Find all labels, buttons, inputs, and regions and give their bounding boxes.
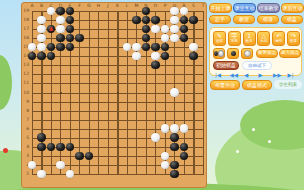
board-cell-H9[interactable] (94, 97, 104, 106)
board-cell-F3[interactable] (75, 151, 85, 160)
board-cell-N2[interactable] (141, 160, 151, 169)
assign-homework-button[interactable]: 布置作业 (210, 80, 240, 90)
board-cell-M18[interactable] (132, 16, 142, 25)
board-cell-M2[interactable] (132, 160, 142, 169)
board-cell-F14[interactable] (75, 52, 85, 61)
board-cell-Q12[interactable] (170, 70, 180, 79)
board-cell-A13[interactable] (27, 61, 37, 70)
board-cell-C12[interactable] (46, 70, 56, 79)
board-cell-C6[interactable] (46, 124, 56, 133)
board-cell-S17[interactable] (189, 25, 199, 34)
board-cell-J16[interactable] (103, 34, 113, 43)
board-cell-C3[interactable] (46, 151, 56, 160)
board-cell-A10[interactable] (27, 88, 37, 97)
board-cell-C1[interactable] (46, 169, 56, 178)
board-cell-Q4[interactable] (170, 142, 180, 151)
board-cell-Q15[interactable] (170, 43, 180, 52)
board-cell-P5[interactable] (160, 133, 170, 142)
board-cell-L17[interactable] (122, 25, 132, 34)
board-cell-M11[interactable] (132, 79, 142, 88)
board-cell-L7[interactable] (122, 115, 132, 124)
board-cell-S11[interactable] (189, 79, 199, 88)
board-cell-D7[interactable] (56, 115, 66, 124)
board-cell-N13[interactable] (141, 61, 151, 70)
board-cell-C15[interactable] (46, 43, 56, 52)
board-cell-C11[interactable] (46, 79, 56, 88)
board-cell-B15[interactable] (37, 43, 47, 52)
board-cell-M14[interactable] (132, 52, 142, 61)
board-cell-M9[interactable] (132, 97, 142, 106)
board-cell-G19[interactable] (84, 6, 94, 15)
board-cell-G4[interactable] (84, 142, 94, 151)
board-cell-S10[interactable] (189, 88, 199, 97)
start-class-button[interactable]: 开始上课 (209, 3, 232, 13)
board-cell-T12[interactable] (198, 70, 208, 79)
board-cell-J11[interactable] (103, 79, 113, 88)
board-cell-B3[interactable] (37, 151, 47, 160)
board-cell-B14[interactable] (37, 52, 47, 61)
board-cell-Q9[interactable] (170, 97, 180, 106)
board-cell-O2[interactable] (151, 160, 161, 169)
board-cell-T2[interactable] (198, 160, 208, 169)
board-cell-R15[interactable] (179, 43, 189, 52)
board-cell-T5[interactable] (198, 133, 208, 142)
board-cell-O1[interactable] (151, 169, 161, 178)
board-cell-K7[interactable] (113, 115, 123, 124)
board-cell-D6[interactable] (56, 124, 66, 133)
board-cell-A18[interactable] (27, 16, 37, 25)
alternate-stones-button[interactable] (213, 48, 225, 59)
board-cell-Q1[interactable] (170, 169, 180, 178)
board-cell-Q10[interactable] (170, 88, 180, 97)
board-cell-K13[interactable] (113, 61, 123, 70)
board-cell-K15[interactable] (113, 43, 123, 52)
board-cell-G8[interactable] (84, 106, 94, 115)
board-cell-D15[interactable] (56, 43, 66, 52)
board-cell-Q16[interactable] (170, 34, 180, 43)
board-cell-D18[interactable] (56, 16, 66, 25)
board-cell-D13[interactable] (56, 61, 66, 70)
board-cell-K10[interactable] (113, 88, 123, 97)
place-white-button[interactable] (241, 48, 253, 59)
board-cell-D16[interactable] (56, 34, 66, 43)
board-cell-P16[interactable] (160, 34, 170, 43)
board-cell-T18[interactable] (198, 16, 208, 25)
board-cell-S13[interactable] (189, 61, 199, 70)
board-cell-G14[interactable] (84, 52, 94, 61)
board-cell-A2[interactable] (27, 160, 37, 169)
board-cell-K18[interactable] (113, 16, 123, 25)
board-cell-J6[interactable] (103, 124, 113, 133)
board-cell-L10[interactable] (122, 88, 132, 97)
board-cell-H11[interactable] (94, 79, 104, 88)
board-cell-A5[interactable] (27, 133, 37, 142)
board-cell-B11[interactable] (37, 79, 47, 88)
board-cell-O10[interactable] (151, 88, 161, 97)
board-cell-H3[interactable] (94, 151, 104, 160)
board-cell-R8[interactable] (179, 106, 189, 115)
board-cell-G15[interactable] (84, 43, 94, 52)
end-teaching-button[interactable]: 结束教学 (257, 3, 280, 13)
board-cell-E17[interactable] (65, 25, 75, 34)
board-cell-P8[interactable] (160, 106, 170, 115)
board-cell-N19[interactable] (141, 6, 151, 15)
board-cell-Q7[interactable] (170, 115, 180, 124)
board-cell-S5[interactable] (189, 133, 199, 142)
board-cell-C18[interactable] (46, 16, 56, 25)
try-move-pill[interactable]: 自由试下 (242, 61, 272, 70)
board-cell-S3[interactable] (189, 151, 199, 160)
board-cell-D12[interactable] (56, 70, 66, 79)
board-cell-D8[interactable] (56, 106, 66, 115)
board-cell-O11[interactable] (151, 79, 161, 88)
board-cell-G5[interactable] (84, 133, 94, 142)
board-cell-N8[interactable] (141, 106, 151, 115)
board-cell-R6[interactable] (179, 124, 189, 133)
board-cell-F2[interactable] (75, 160, 85, 169)
board-cell-H16[interactable] (94, 34, 104, 43)
board-cell-C5[interactable] (46, 133, 56, 142)
board-cell-N11[interactable] (141, 79, 151, 88)
board-cell-J19[interactable] (103, 6, 113, 15)
board-cell-M6[interactable] (132, 124, 142, 133)
board-cell-R10[interactable] (179, 88, 189, 97)
board-cell-S4[interactable] (189, 142, 199, 151)
board-cell-J4[interactable] (103, 142, 113, 151)
board-cell-R7[interactable] (179, 115, 189, 124)
board-cell-D11[interactable] (56, 79, 66, 88)
board-cell-D3[interactable] (56, 151, 66, 160)
board-cell-L15[interactable] (122, 43, 132, 52)
board-cell-C19[interactable] (46, 6, 56, 15)
board-cell-R14[interactable] (179, 52, 189, 61)
board-cell-H19[interactable] (94, 6, 104, 15)
board-cell-T10[interactable] (198, 88, 208, 97)
board-cell-K4[interactable] (113, 142, 123, 151)
board-cell-F15[interactable] (75, 43, 85, 52)
board-cell-N15[interactable] (141, 43, 151, 52)
board-cell-A15[interactable] (27, 43, 37, 52)
board-cell-N1[interactable] (141, 169, 151, 178)
board-cell-D5[interactable] (56, 133, 66, 142)
board-cell-K8[interactable] (113, 106, 123, 115)
board-cell-T4[interactable] (198, 142, 208, 151)
board-cell-C7[interactable] (46, 115, 56, 124)
board-cell-B17[interactable] (37, 25, 47, 34)
board-cell-T9[interactable] (198, 97, 208, 106)
board-cell-E12[interactable] (65, 70, 75, 79)
board-cell-L1[interactable] (122, 169, 132, 178)
board-cell-G2[interactable] (84, 160, 94, 169)
board-cell-A11[interactable] (27, 79, 37, 88)
board-cell-J7[interactable] (103, 115, 113, 124)
board-cell-J3[interactable] (103, 151, 113, 160)
board-cell-Q18[interactable] (170, 16, 180, 25)
board-cell-J13[interactable] (103, 61, 113, 70)
opening-button[interactable]: 起手 (209, 15, 231, 24)
board-cell-M17[interactable] (132, 25, 142, 34)
board-cell-M8[interactable] (132, 106, 142, 115)
board-cell-K16[interactable] (113, 34, 123, 43)
board-cell-Q17[interactable] (170, 25, 180, 34)
board-cell-O9[interactable] (151, 97, 161, 106)
board-cell-O12[interactable] (151, 70, 161, 79)
board-cell-F18[interactable] (75, 16, 85, 25)
board-cell-Q5[interactable] (170, 133, 180, 142)
board-cell-L13[interactable] (122, 61, 132, 70)
board-cell-F12[interactable] (75, 70, 85, 79)
board-cell-T19[interactable] (198, 6, 208, 15)
board-cell-K2[interactable] (113, 160, 123, 169)
board-cell-E13[interactable] (65, 61, 75, 70)
board-cell-E10[interactable] (65, 88, 75, 97)
board-cell-B9[interactable] (37, 97, 47, 106)
board-cell-M15[interactable] (132, 43, 142, 52)
board-cell-K19[interactable] (113, 6, 123, 15)
board-cell-M3[interactable] (132, 151, 142, 160)
back-fast-button[interactable]: ◀◀ (230, 73, 238, 79)
board-cell-G1[interactable] (84, 169, 94, 178)
undo-button[interactable]: ↶撤销 (272, 31, 285, 46)
board-cell-M16[interactable] (132, 34, 142, 43)
board-cell-B12[interactable] (37, 70, 47, 79)
student-list-pill[interactable]: 学生列表 (274, 80, 302, 89)
board-cell-R11[interactable] (179, 79, 189, 88)
board-cell-C9[interactable] (46, 97, 56, 106)
board-cell-F1[interactable] (75, 169, 85, 178)
board-cell-K5[interactable] (113, 133, 123, 142)
board-cell-P3[interactable] (160, 151, 170, 160)
board-cell-A9[interactable] (27, 97, 37, 106)
board-cell-P2[interactable] (160, 160, 170, 169)
board-cell-J1[interactable] (103, 169, 113, 178)
board-cell-L12[interactable] (122, 70, 132, 79)
board-cell-N12[interactable] (141, 70, 151, 79)
board-cell-P14[interactable] (160, 52, 170, 61)
board-cell-D17[interactable] (56, 25, 66, 34)
board-cell-D2[interactable] (56, 160, 66, 169)
board-cell-K14[interactable] (113, 52, 123, 61)
mark-tool-button[interactable]: △标记 (257, 31, 270, 46)
board-cell-A12[interactable] (27, 70, 37, 79)
board-cell-C16[interactable] (46, 34, 56, 43)
board-cell-N3[interactable] (141, 151, 151, 160)
board-cell-M4[interactable] (132, 142, 142, 151)
board-cell-J9[interactable] (103, 97, 113, 106)
board-cell-E2[interactable] (65, 160, 75, 169)
board-cell-F11[interactable] (75, 79, 85, 88)
board-cell-R16[interactable] (179, 34, 189, 43)
place-black-button[interactable] (227, 48, 239, 59)
board-cell-H6[interactable] (94, 124, 104, 133)
board-cell-M7[interactable] (132, 115, 142, 124)
board-mode-button[interactable]: 棋盘模式 (242, 80, 272, 90)
board-cell-K1[interactable] (113, 169, 123, 178)
board-cell-F19[interactable] (75, 6, 85, 15)
pen-tool-button[interactable]: ✎画笔 (213, 31, 226, 46)
board-cell-N16[interactable] (141, 34, 151, 43)
board-cell-L3[interactable] (122, 151, 132, 160)
board-cell-N14[interactable] (141, 52, 151, 61)
board-cell-P4[interactable] (160, 142, 170, 151)
board-cell-R4[interactable] (179, 142, 189, 151)
board-cell-R17[interactable] (179, 25, 189, 34)
board-cell-S9[interactable] (189, 97, 199, 106)
board-cell-T8[interactable] (198, 106, 208, 115)
board-cell-E11[interactable] (65, 79, 75, 88)
board-cell-G11[interactable] (84, 79, 94, 88)
board-cell-N10[interactable] (141, 88, 151, 97)
board-cell-B8[interactable] (37, 106, 47, 115)
board-cell-F9[interactable] (75, 97, 85, 106)
board-cell-A8[interactable] (27, 106, 37, 115)
reset-board-button[interactable]: 初始棋盘 (213, 61, 239, 70)
board-cell-O5[interactable] (151, 133, 161, 142)
board-cell-G3[interactable] (84, 151, 94, 160)
board-cell-N17[interactable] (141, 25, 151, 34)
board-cell-K9[interactable] (113, 97, 123, 106)
board-cell-M10[interactable] (132, 88, 142, 97)
board-cell-S18[interactable] (189, 16, 199, 25)
board-cell-F13[interactable] (75, 61, 85, 70)
board-cell-P6[interactable] (160, 124, 170, 133)
board-cell-R5[interactable] (179, 133, 189, 142)
board-cell-E6[interactable] (65, 124, 75, 133)
board-cell-S14[interactable] (189, 52, 199, 61)
board-cell-K12[interactable] (113, 70, 123, 79)
board-cell-O19[interactable] (151, 6, 161, 15)
board-cell-B5[interactable] (37, 133, 47, 142)
board-cell-P11[interactable] (160, 79, 170, 88)
board-cell-M5[interactable] (132, 133, 142, 142)
board-cell-O14[interactable] (151, 52, 161, 61)
board-cell-J17[interactable] (103, 25, 113, 34)
board-cell-J8[interactable] (103, 106, 113, 115)
board-cell-G17[interactable] (84, 25, 94, 34)
board-cell-A14[interactable] (27, 52, 37, 61)
board-cell-A19[interactable] (27, 6, 37, 15)
board-cell-B16[interactable] (37, 34, 47, 43)
board-cell-G16[interactable] (84, 34, 94, 43)
board-cell-Q19[interactable] (170, 6, 180, 15)
board-cell-D14[interactable] (56, 52, 66, 61)
board-cell-R18[interactable] (179, 16, 189, 25)
board-cell-A3[interactable] (27, 151, 37, 160)
board-cell-C14[interactable] (46, 52, 56, 61)
board-cell-E9[interactable] (65, 97, 75, 106)
board-cell-L19[interactable] (122, 6, 132, 15)
go-end-button[interactable]: ▶| (288, 73, 294, 79)
board-cell-F10[interactable] (75, 88, 85, 97)
board-cell-S16[interactable] (189, 34, 199, 43)
board-cell-O6[interactable] (151, 124, 161, 133)
board-cell-F4[interactable] (75, 142, 85, 151)
board-cell-Q8[interactable] (170, 106, 180, 115)
board-cell-T13[interactable] (198, 61, 208, 70)
board-cell-G6[interactable] (84, 124, 94, 133)
after-class-button[interactable]: 课后互动 (281, 3, 304, 13)
board-cell-B18[interactable] (37, 16, 47, 25)
board-cell-L9[interactable] (122, 97, 132, 106)
board-cell-S19[interactable] (189, 6, 199, 15)
board-cell-O3[interactable] (151, 151, 161, 160)
board-cell-F7[interactable] (75, 115, 85, 124)
board-cell-M13[interactable] (132, 61, 142, 70)
board-cell-R19[interactable] (179, 6, 189, 15)
board-cell-A4[interactable] (27, 142, 37, 151)
board-cell-H8[interactable] (94, 106, 104, 115)
board-cell-E18[interactable] (65, 16, 75, 25)
board-cell-O8[interactable] (151, 106, 161, 115)
back-one-button[interactable]: ◀ (244, 73, 248, 79)
board-cell-A6[interactable] (27, 124, 37, 133)
board-cell-T1[interactable] (198, 169, 208, 178)
board-cell-B13[interactable] (37, 61, 47, 70)
board-cell-H13[interactable] (94, 61, 104, 70)
board-cell-J12[interactable] (103, 70, 113, 79)
board-cell-N7[interactable] (141, 115, 151, 124)
board-cell-Q11[interactable] (170, 79, 180, 88)
board-cell-J18[interactable] (103, 16, 113, 25)
board-cell-E8[interactable] (65, 106, 75, 115)
board-cell-H12[interactable] (94, 70, 104, 79)
board-cell-N18[interactable] (141, 16, 151, 25)
board-cell-B4[interactable] (37, 142, 47, 151)
board-cell-E4[interactable] (65, 142, 75, 151)
board-cell-D1[interactable] (56, 169, 66, 178)
class-interact-button[interactable]: 课堂互动 (233, 3, 256, 13)
board-cell-G12[interactable] (84, 70, 94, 79)
board-cell-S7[interactable] (189, 115, 199, 124)
enter-placement-button[interactable]: 进入摆点 (279, 49, 301, 58)
board-cell-P1[interactable] (160, 169, 170, 178)
board-cell-R3[interactable] (179, 151, 189, 160)
board-cell-T3[interactable] (198, 151, 208, 160)
board-cell-K6[interactable] (113, 124, 123, 133)
board-cell-O18[interactable] (151, 16, 161, 25)
board-cell-J14[interactable] (103, 52, 113, 61)
board-cell-A16[interactable] (27, 34, 37, 43)
board-cell-K17[interactable] (113, 25, 123, 34)
board-cell-M1[interactable] (132, 169, 142, 178)
board-cell-B2[interactable] (37, 160, 47, 169)
board-cell-G13[interactable] (84, 61, 94, 70)
number-tool-button[interactable]: 1数字 (243, 31, 256, 46)
board-cell-L2[interactable] (122, 160, 132, 169)
board-cell-O13[interactable] (151, 61, 161, 70)
board-cell-B1[interactable] (37, 169, 47, 178)
board-cell-L8[interactable] (122, 106, 132, 115)
go-start-button[interactable]: |◀ (215, 73, 221, 79)
board-cell-Q2[interactable] (170, 160, 180, 169)
board-cell-E16[interactable] (65, 34, 75, 43)
board-cell-O16[interactable] (151, 34, 161, 43)
board-cell-S12[interactable] (189, 70, 199, 79)
board-cell-O7[interactable] (151, 115, 161, 124)
board-cell-S8[interactable] (189, 106, 199, 115)
board-cell-S2[interactable] (189, 160, 199, 169)
board-cell-P10[interactable] (160, 88, 170, 97)
board-cell-B10[interactable] (37, 88, 47, 97)
board-cell-G7[interactable] (84, 115, 94, 124)
forward-fast-button[interactable]: ▶▶ (273, 73, 281, 79)
board-button[interactable]: 棋盘 (281, 15, 303, 24)
board-cell-E3[interactable] (65, 151, 75, 160)
board-cell-T14[interactable] (198, 52, 208, 61)
board-cell-E15[interactable] (65, 43, 75, 52)
board-cell-H1[interactable] (94, 169, 104, 178)
board-cell-E5[interactable] (65, 133, 75, 142)
